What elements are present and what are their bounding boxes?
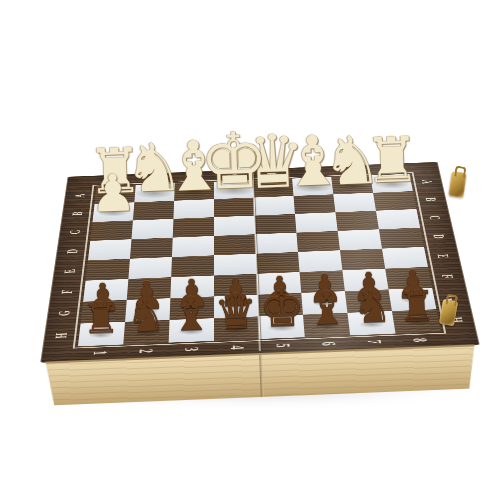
square-F5	[257, 272, 301, 295]
square-E5	[256, 252, 300, 274]
right-label-F: F	[420, 270, 475, 282]
square-B6	[294, 194, 336, 214]
right-label-B: B	[405, 194, 456, 205]
square-D4	[214, 234, 256, 255]
square-B4	[214, 198, 255, 218]
square-C4	[214, 216, 255, 236]
square-E4	[214, 254, 257, 276]
right-label-H: H	[428, 313, 485, 326]
square-A4	[214, 180, 254, 199]
far-label-8: 8	[104, 173, 129, 188]
square-C3	[173, 217, 214, 237]
brass-clasp-top	[448, 171, 466, 198]
far-label-1: 1	[376, 162, 402, 177]
square-F2	[127, 277, 171, 300]
right-label-E: E	[416, 250, 470, 262]
square-G7	[345, 289, 392, 312]
square-G2	[125, 298, 170, 322]
square-G3	[170, 296, 214, 320]
left-label-E: E	[44, 265, 97, 277]
far-label-7: 7	[143, 171, 167, 186]
far-label-4: 4	[260, 167, 285, 182]
square-A6	[292, 177, 333, 196]
square-D7	[338, 229, 382, 250]
far-label-3: 3	[299, 165, 324, 180]
square-A3	[174, 182, 214, 201]
square-D3	[172, 236, 214, 257]
far-label-6: 6	[182, 170, 206, 185]
far-label-2: 2	[337, 163, 363, 178]
square-B5	[254, 196, 295, 216]
right-label-C: C	[409, 212, 461, 223]
square-B3	[173, 199, 214, 219]
square-C5	[254, 214, 296, 234]
left-label-F: F	[40, 285, 94, 298]
square-G4	[214, 295, 258, 319]
square-A5	[253, 179, 293, 198]
square-D2	[130, 238, 173, 259]
square-E6	[298, 250, 342, 272]
right-label-D: D	[412, 231, 465, 243]
square-D6	[296, 231, 340, 252]
square-C2	[131, 219, 173, 239]
square-G6	[301, 291, 347, 314]
product-photo-scene: 87654321 12345678 ABCDEFGH ABCDEFGH ♜♞♝♚…	[0, 0, 500, 500]
square-F7	[342, 269, 388, 292]
right-label-A: A	[402, 177, 452, 188]
square-F6	[300, 270, 345, 293]
square-F4	[214, 274, 258, 297]
left-label-H: H	[33, 329, 89, 343]
square-E2	[128, 257, 172, 279]
chess-board: 87654321 12345678 ABCDEFGH ABCDEFGH	[40, 162, 480, 363]
square-E3	[171, 255, 214, 277]
square-F3	[170, 276, 214, 299]
left-label-G: G	[37, 307, 92, 320]
square-C7	[335, 211, 378, 231]
square-G5	[258, 293, 303, 316]
square-E7	[340, 249, 385, 271]
square-B7	[333, 193, 376, 213]
board-wood-frame: 87654321 12345678 ABCDEFGH ABCDEFGH	[40, 162, 480, 363]
square-D5	[255, 233, 298, 254]
far-label-5: 5	[221, 168, 245, 183]
square-C6	[295, 212, 338, 232]
square-A7	[331, 175, 373, 194]
square-B2	[133, 201, 174, 221]
square-A2	[134, 183, 174, 202]
